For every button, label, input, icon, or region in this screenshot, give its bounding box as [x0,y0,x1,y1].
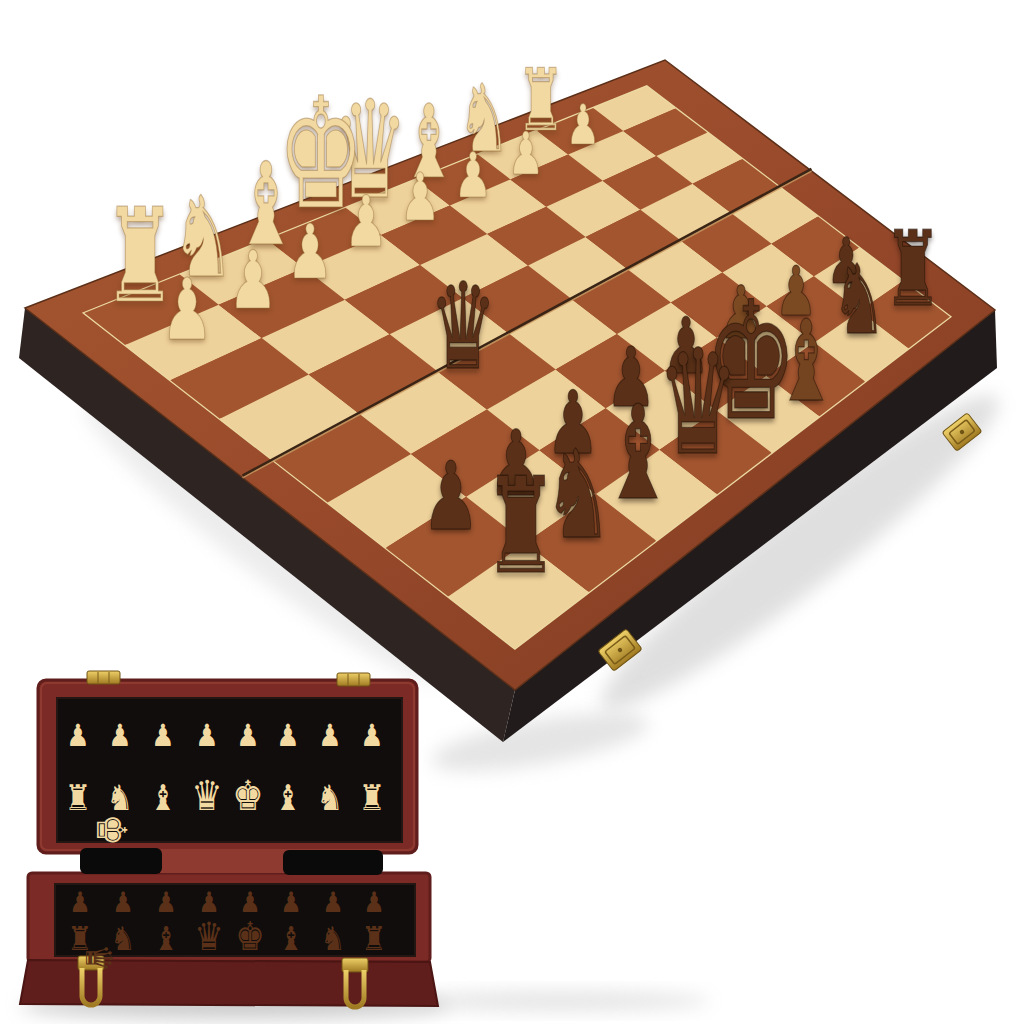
stored-white-pawn-p: ♟ [360,718,383,754]
stored-black-n: ♞ [320,920,345,958]
stored-black-r: ♜ [361,920,386,958]
stored-black-b: ♝ [278,920,303,958]
stored-white-b: ♝ [150,778,177,819]
stored-white-pawn-p: ♟ [66,718,89,754]
stored-black-k: ♚ [235,914,265,959]
box-hinge-wood [160,851,285,873]
white-spare-king-lying: ♚ [87,814,135,846]
stored-white-b: ♝ [275,778,302,819]
fabric-hinge-strip [80,848,162,874]
stored-white-pawn-p: ♟ [108,718,131,754]
stored-black-b: ♝ [153,920,178,958]
stored-white-pawn-p: ♟ [195,718,218,754]
stored-black-pawn-p: ♟ [155,886,177,918]
stored-black-pawn-p: ♟ [363,886,385,918]
fabric-hinge-strip [283,850,383,875]
black-spare-queen-lying: ♛ [77,944,120,973]
stored-black-q: ♛ [194,914,224,959]
stored-white-pawn-p: ♟ [151,718,174,754]
stored-black-pawn-p: ♟ [69,886,91,918]
stored-black-pawn-p: ♟ [112,886,134,918]
brass-hinge [337,673,370,686]
chess-set-product-photo: ♟♟♟♟♟♟♟♟♜♞♝♛♚♝♞♜♟♟♟♟♟♟♟♟♜♞♝♛♚♝♞♜♚♛ ♜♟♞♟♝… [0,0,1024,1024]
brass-hinge [87,671,120,684]
scene-canvas: ♟♟♟♟♟♟♟♟♜♞♝♛♚♝♞♜♟♟♟♟♟♟♟♟♜♞♝♛♚♝♞♜♚♛ [0,0,1024,1024]
stored-white-n: ♞ [317,778,344,819]
stored-white-k: ♚ [232,771,263,820]
open-box-inset: ♟♟♟♟♟♟♟♟♜♞♝♛♚♝♞♜♟♟♟♟♟♟♟♟♜♞♝♛♚♝♞♜♚♛ [20,671,438,1007]
stored-white-pawn-p: ♟ [318,718,341,754]
soft-shadow [410,991,710,1011]
stored-black-pawn-p: ♟ [280,886,302,918]
stored-white-q: ♛ [191,771,222,820]
stored-white-r: ♜ [65,778,92,819]
stored-black-pawn-p: ♟ [322,886,344,918]
stored-white-r: ♜ [359,778,386,819]
stored-white-pawn-p: ♟ [276,718,299,754]
stored-white-pawn-p: ♟ [236,718,259,754]
stored-white-n: ♞ [107,778,134,819]
